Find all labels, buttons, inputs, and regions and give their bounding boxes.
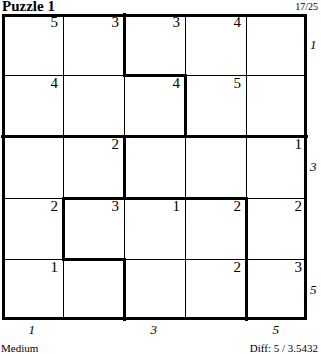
difficulty-label: Medium — [1, 342, 38, 354]
given-number: 3 — [295, 261, 303, 274]
cell-r3c5[interactable]: 1 — [246, 136, 307, 198]
given-number: 1 — [173, 200, 181, 213]
col-label-3: 3 — [151, 323, 158, 337]
cell-r4c3[interactable]: 1 — [124, 198, 185, 259]
cell-r5c2[interactable] — [63, 259, 124, 320]
col-label-5: 5 — [273, 323, 280, 337]
given-number: 2 — [234, 200, 242, 213]
difficulty-stat: Diff: 5 / 3.5432 — [250, 342, 318, 354]
given-number: 3 — [112, 200, 120, 213]
given-number: 2 — [51, 200, 59, 213]
row-label-1: 1 — [310, 38, 317, 52]
cell-r1c3[interactable]: 3 — [124, 14, 185, 75]
cell-r5c1[interactable]: 1 — [2, 259, 63, 320]
cell-r1c1[interactable]: 5 — [2, 14, 63, 75]
cell-r4c4[interactable]: 2 — [185, 198, 246, 259]
cell-r5c4[interactable]: 2 — [185, 259, 246, 320]
cell-r2c4[interactable]: 5 — [185, 75, 246, 136]
page-title: Puzzle 1 — [2, 0, 55, 14]
cell-r3c2[interactable]: 2 — [63, 136, 124, 198]
cell-r2c2[interactable] — [63, 75, 124, 136]
given-number: 3 — [173, 16, 181, 29]
cell-r2c5[interactable] — [246, 75, 307, 136]
cell-r4c5[interactable]: 2 — [246, 198, 307, 259]
cell-r5c5[interactable]: 3 — [246, 259, 307, 320]
col-label-1: 1 — [29, 323, 36, 337]
row-label-3: 3 — [310, 160, 317, 174]
given-number: 2 — [112, 138, 120, 151]
given-number: 5 — [234, 77, 242, 90]
cell-r1c2[interactable]: 3 — [63, 14, 124, 75]
givens-count: 17/25 — [295, 1, 318, 12]
cell-r3c3[interactable] — [124, 136, 185, 198]
given-number: 5 — [51, 16, 59, 29]
cell-r3c4[interactable] — [185, 136, 246, 198]
given-number: 4 — [51, 77, 59, 90]
given-number: 2 — [234, 261, 242, 274]
cell-r2c1[interactable]: 4 — [2, 75, 63, 136]
cell-r2c3[interactable]: 4 — [124, 75, 185, 136]
cell-r3c1[interactable] — [2, 136, 63, 198]
cell-r1c5[interactable] — [246, 14, 307, 75]
given-number: 1 — [51, 261, 59, 274]
given-number: 4 — [173, 77, 181, 90]
cell-r4c2[interactable]: 3 — [63, 198, 124, 259]
cell-r1c4[interactable]: 4 — [185, 14, 246, 75]
cell-r5c3[interactable] — [124, 259, 185, 320]
puzzle-board: 53344452123122123 — [2, 14, 307, 320]
given-number: 2 — [295, 200, 303, 213]
given-number: 1 — [295, 138, 303, 151]
puzzle-page: Puzzle 1 17/25 53344452123122123 Medium … — [0, 0, 321, 354]
given-number: 4 — [234, 16, 242, 29]
given-number: 3 — [112, 16, 120, 29]
cell-r4c1[interactable]: 2 — [2, 198, 63, 259]
row-label-5: 5 — [310, 283, 317, 297]
